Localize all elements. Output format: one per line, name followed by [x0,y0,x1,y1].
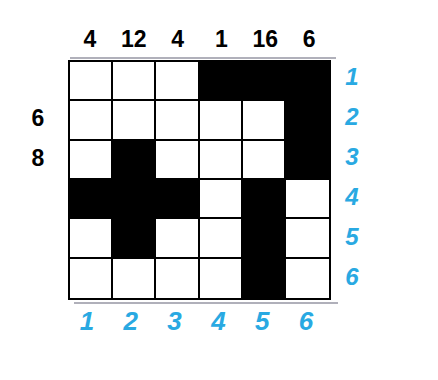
column-sum-labels: 41241166 [68,26,331,52]
grid-cell-r4c4[interactable] [200,180,243,219]
grid-cell-r4c2[interactable] [113,180,156,219]
row-sum-label [16,58,60,98]
grid-cell-r3c4[interactable] [200,141,243,180]
grid-cell-r3c1[interactable] [70,141,113,180]
grid-cell-r3c6[interactable] [286,141,329,180]
grid-cell-r2c3[interactable] [156,101,199,140]
grid-cell-r3c2[interactable] [113,141,156,180]
row-weight-label: 2 [338,97,366,137]
col-sum-label: 4 [68,26,112,52]
col-sum-label: 16 [243,26,287,52]
grid-cell-r1c5[interactable] [243,62,286,101]
grid-cell-r6c5[interactable] [243,259,286,298]
grid-cell-r6c1[interactable] [70,259,113,298]
row-sum-label [16,178,60,218]
col-sum-label: 4 [156,26,200,52]
grid-cell-r6c4[interactable] [200,259,243,298]
col-weight-label: 1 [65,306,109,336]
grid-cell-r2c2[interactable] [113,101,156,140]
grid-cell-r2c6[interactable] [286,101,329,140]
grid-cell-r4c1[interactable] [70,180,113,219]
grid-bottom-shadow-line [74,302,338,304]
grid-cell-r3c3[interactable] [156,141,199,180]
row-weight-label: 6 [338,257,366,297]
col-weight-label: 2 [109,306,153,336]
kakurasu-board: 41241166 68 123456 123456 [0,0,438,380]
puzzle-grid [68,60,331,300]
grid-cell-r1c2[interactable] [113,62,156,101]
grid-cell-r1c4[interactable] [200,62,243,101]
grid-cell-r1c6[interactable] [286,62,329,101]
grid-cell-r1c3[interactable] [156,62,199,101]
col-weight-label: 5 [240,306,284,336]
row-weight-label: 4 [338,177,366,217]
row-sum-labels: 68 [16,60,60,300]
col-sum-label: 12 [112,26,156,52]
grid-cell-r5c2[interactable] [113,219,156,258]
row-sum-label [16,258,60,298]
grid-cell-r5c4[interactable] [200,219,243,258]
grid-cell-r3c5[interactable] [243,141,286,180]
row-weight-labels: 123456 [338,60,366,300]
grid-cell-r5c3[interactable] [156,219,199,258]
grid-cell-r2c4[interactable] [200,101,243,140]
row-weight-label: 3 [338,137,366,177]
row-sum-label [16,218,60,258]
row-sum-label: 6 [16,98,60,138]
row-weight-label: 1 [338,57,366,97]
grid-cell-r4c6[interactable] [286,180,329,219]
grid-cell-r4c3[interactable] [156,180,199,219]
grid-top-shadow-line [70,57,336,59]
row-weight-label: 5 [338,217,366,257]
grid-cell-r6c6[interactable] [286,259,329,298]
grid-cell-r2c1[interactable] [70,101,113,140]
col-weight-label: 4 [196,306,240,336]
row-sum-label: 8 [16,138,60,178]
col-weight-label: 6 [284,306,328,336]
grid-cell-r6c3[interactable] [156,259,199,298]
col-weight-label: 3 [153,306,197,336]
grid-cell-r5c5[interactable] [243,219,286,258]
grid-cell-r2c5[interactable] [243,101,286,140]
column-weight-labels: 123456 [68,306,331,336]
grid-cell-r5c1[interactable] [70,219,113,258]
col-sum-label: 6 [287,26,331,52]
grid-cell-r6c2[interactable] [113,259,156,298]
grid-cell-r5c6[interactable] [286,219,329,258]
grid-cell-r4c5[interactable] [243,180,286,219]
col-sum-label: 1 [199,26,243,52]
grid-cell-r1c1[interactable] [70,62,113,101]
